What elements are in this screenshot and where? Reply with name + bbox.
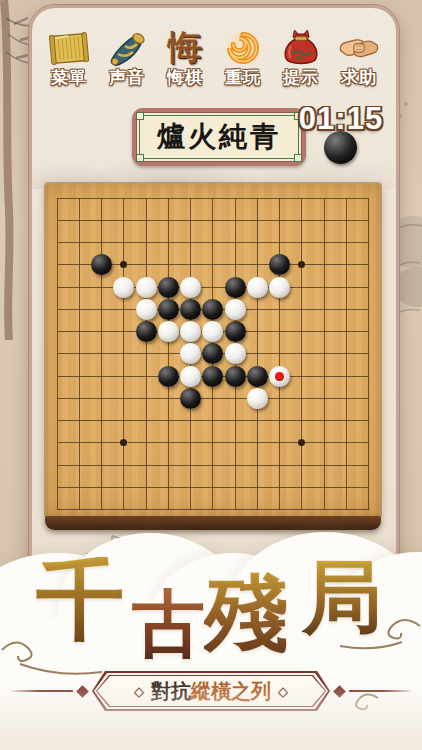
white-stone (202, 321, 223, 342)
toolbar-item-hint[interactable]: 提示 (274, 28, 328, 89)
black-stone (158, 299, 179, 320)
white-stone (225, 299, 246, 320)
white-stone (225, 343, 246, 364)
title-char: 古 (132, 588, 205, 661)
black-stone (180, 388, 201, 409)
board-base (45, 516, 381, 530)
white-stone (247, 388, 268, 409)
last-move-marker (275, 372, 284, 381)
toolbar-label-undo: 悔棋 (167, 66, 203, 89)
toolbar-item-menu[interactable]: 菜單 (42, 28, 96, 89)
title-char: 殘 (204, 572, 288, 656)
title-char: 局 (302, 558, 382, 638)
toolbar-label-help: 求助 (341, 66, 377, 89)
replay-swirl-icon (221, 28, 265, 68)
grid-v-line (346, 198, 347, 510)
phone-frame: 菜單 声音 悔 悔棋 (29, 5, 399, 613)
grid-v-line (279, 198, 280, 510)
grid-v-line (368, 198, 369, 510)
star-point (298, 261, 305, 268)
toolbar-item-help[interactable]: 求助 (332, 28, 386, 89)
black-stone (202, 299, 223, 320)
white-stone (269, 366, 290, 387)
grid-h-line (57, 398, 369, 399)
white-stone (180, 277, 201, 298)
board-grid[interactable] (57, 198, 369, 510)
toolbar: 菜單 声音 悔 悔棋 (32, 28, 396, 89)
black-stone (91, 254, 112, 275)
phone-screen: 菜單 声音 悔 悔棋 (32, 8, 396, 610)
regret-glyph-icon: 悔 (163, 28, 207, 68)
black-stone (180, 299, 201, 320)
white-stone (113, 277, 134, 298)
white-stone (247, 277, 268, 298)
scroll-icon (47, 28, 91, 68)
black-stone (247, 366, 268, 387)
white-stone (180, 343, 201, 364)
black-stone (269, 254, 290, 275)
star-point (298, 439, 305, 446)
grid-v-line (301, 198, 302, 510)
grid-h-line (57, 442, 369, 443)
grid-h-line (57, 420, 369, 421)
white-stone (136, 277, 157, 298)
handshake-icon (337, 28, 381, 68)
bottom-fade (0, 680, 422, 750)
black-stone (202, 343, 223, 364)
page-background: 菜單 声音 悔 悔棋 (0, 0, 422, 750)
white-stone (269, 277, 290, 298)
toolbar-item-sound[interactable]: 声音 (100, 28, 154, 89)
toolbar-label-hint: 提示 (283, 66, 319, 89)
stage-title: 爐火純青 (157, 118, 281, 156)
toolbar-label-replay: 重玩 (225, 66, 261, 89)
grid-h-line (57, 487, 369, 488)
black-stone (225, 321, 246, 342)
white-stone (136, 299, 157, 320)
black-stone (136, 321, 157, 342)
toolbar-label-menu: 菜單 (51, 66, 87, 89)
grid-v-line (324, 198, 325, 510)
grid-h-line (57, 509, 369, 510)
white-stone (158, 321, 179, 342)
white-stone (180, 366, 201, 387)
hint-bag-icon (279, 28, 323, 68)
title-char: 千 (36, 557, 124, 645)
black-stone (202, 366, 223, 387)
star-point (120, 261, 127, 268)
white-stone (180, 321, 201, 342)
black-stone (225, 366, 246, 387)
black-stone (158, 366, 179, 387)
grid-h-line (57, 465, 369, 466)
horn-icon (105, 28, 149, 68)
stage-plaque: 爐火純青 (132, 108, 306, 166)
toolbar-item-undo[interactable]: 悔 悔棋 (158, 28, 212, 89)
board-wood (45, 183, 381, 516)
black-stone (158, 277, 179, 298)
turn-indicator-stone (324, 131, 357, 164)
black-stone (225, 277, 246, 298)
toolbar-item-replay[interactable]: 重玩 (216, 28, 270, 89)
grid-v-line (257, 198, 258, 510)
star-point (120, 439, 127, 446)
toolbar-label-sound: 声音 (109, 66, 145, 89)
